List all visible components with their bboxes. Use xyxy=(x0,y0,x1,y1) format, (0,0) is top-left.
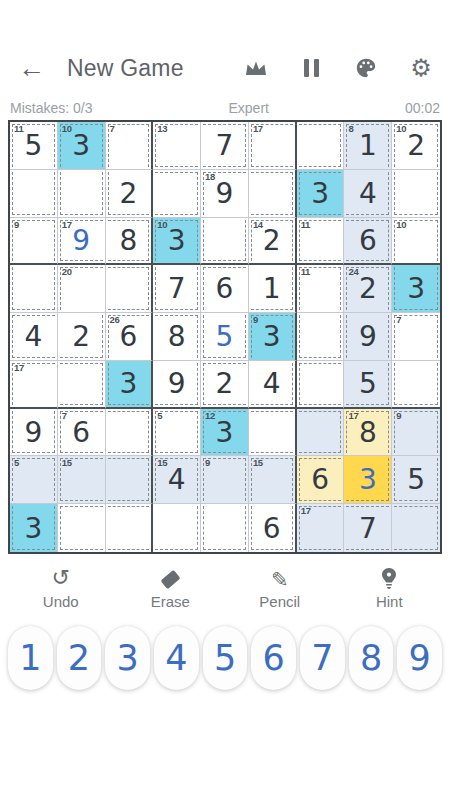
cell-r2c1[interactable] xyxy=(10,170,58,218)
numpad-button-9[interactable]: 9 xyxy=(397,626,442,690)
cage-sum: 10 xyxy=(396,123,406,134)
cage-sum: 24 xyxy=(348,266,358,277)
given-digit: 9 xyxy=(153,361,200,407)
cage-sum: 7 xyxy=(110,123,115,134)
cell-r5c6[interactable]: 93 xyxy=(249,313,297,361)
cell-r5c1[interactable]: 4 xyxy=(10,313,58,361)
cage-sum: 20 xyxy=(62,266,72,277)
cell-r1c1[interactable]: 115 xyxy=(10,122,58,170)
given-digit: 1 xyxy=(249,265,295,312)
pause-icon[interactable] xyxy=(298,55,324,81)
mistakes-counter: Mistakes: 0/3 xyxy=(10,100,92,116)
gear-icon[interactable]: ⚙ xyxy=(408,55,434,81)
palette-icon[interactable] xyxy=(353,55,379,81)
cage-sum: 17 xyxy=(301,505,311,516)
cage-border xyxy=(299,411,342,454)
numpad-button-4[interactable]: 4 xyxy=(154,626,199,690)
killer-sudoku-app: ← New Game ⚙ Mistakes: 0/3 Expert 00:02 … xyxy=(0,0,450,800)
numpad-button-1[interactable]: 1 xyxy=(8,626,53,690)
cage-sum: 7 xyxy=(396,314,401,325)
cell-r1c4[interactable]: 13 xyxy=(153,122,201,170)
eraser-icon xyxy=(162,568,179,590)
cell-r8c1[interactable]: 5 xyxy=(10,456,58,504)
cage-sum: 10 xyxy=(396,219,406,230)
cell-r1c5[interactable]: 7 xyxy=(201,122,249,170)
cage-sum: 11 xyxy=(14,123,23,134)
board-wrap: 1151037137178110221893491798103142116102… xyxy=(0,116,450,554)
cell-r1c2[interactable]: 103 xyxy=(58,122,106,170)
cell-r5c8[interactable]: 9 xyxy=(344,313,392,361)
cage-border xyxy=(394,172,438,215)
cell-r5c3[interactable]: 266 xyxy=(106,313,154,361)
cage-sum: 15 xyxy=(253,457,263,468)
cell-r4c7[interactable]: 11 xyxy=(297,265,345,313)
cage-sum: 26 xyxy=(110,314,120,325)
undo-icon: ↺ xyxy=(52,567,70,589)
given-digit: 9 xyxy=(344,313,391,360)
cell-r2c4[interactable] xyxy=(153,170,201,218)
cage-sum: 17 xyxy=(348,410,358,421)
cell-r5c7[interactable] xyxy=(297,313,345,361)
difficulty-label: Expert xyxy=(92,100,404,116)
cage-sum: 15 xyxy=(62,457,72,468)
cell-r6c2[interactable] xyxy=(58,361,106,409)
cage-border xyxy=(108,458,150,501)
cell-r9c3[interactable] xyxy=(106,504,154,552)
cage-border xyxy=(108,411,150,454)
cell-r3c7[interactable]: 11 xyxy=(297,218,345,266)
given-digit: 8 xyxy=(106,218,152,264)
cage-border xyxy=(299,315,342,358)
given-digit: 8 xyxy=(153,313,200,360)
cell-r6c7[interactable] xyxy=(297,361,345,409)
given-digit: 3 xyxy=(297,170,344,217)
cell-r7c1[interactable]: 9 xyxy=(10,409,58,457)
cell-r8c6[interactable]: 15 xyxy=(249,456,297,504)
given-digit: 5 xyxy=(344,361,391,407)
cell-r6c6[interactable]: 4 xyxy=(249,361,297,409)
numpad-button-3[interactable]: 3 xyxy=(105,626,150,690)
given-digit: 3 xyxy=(10,504,57,552)
given-digit: 6 xyxy=(297,456,344,503)
cage-border xyxy=(12,267,55,310)
cage-sum: 13 xyxy=(157,123,167,134)
cage-sum: 18 xyxy=(205,171,215,182)
page-title: New Game xyxy=(67,55,184,82)
numpad-button-5[interactable]: 5 xyxy=(203,626,248,690)
cell-r2c8[interactable]: 4 xyxy=(344,170,392,218)
given-digit: 2 xyxy=(201,361,248,407)
cell-r3c9[interactable]: 10 xyxy=(392,218,440,266)
cell-r7c3[interactable] xyxy=(106,409,154,457)
cell-r9c6[interactable]: 6 xyxy=(249,504,297,552)
cage-sum: 9 xyxy=(14,219,19,230)
cage-border xyxy=(299,124,342,167)
cage-border xyxy=(60,506,103,550)
cage-border xyxy=(203,220,246,262)
cage-border xyxy=(394,506,438,550)
sudoku-board[interactable]: 1151037137178110221893491798103142116102… xyxy=(8,120,442,554)
cage-border xyxy=(108,506,150,550)
given-digit: 2 xyxy=(106,170,152,217)
given-digit: 2 xyxy=(58,313,105,360)
cell-r9c8[interactable]: 7 xyxy=(344,504,392,552)
numpad-button-6[interactable]: 6 xyxy=(251,626,296,690)
pencil-icon: ✎ xyxy=(271,568,289,590)
cell-r7c9[interactable]: 9 xyxy=(392,409,440,457)
given-digit: 7 xyxy=(153,265,200,312)
given-digit: 7 xyxy=(201,122,248,169)
cell-r4c9[interactable]: 3 xyxy=(392,265,440,313)
cell-r7c5[interactable]: 123 xyxy=(201,409,249,457)
cage-sum: 17 xyxy=(253,123,263,134)
cage-border xyxy=(299,363,342,405)
cage-border xyxy=(155,172,198,215)
cell-r8c9[interactable]: 5 xyxy=(392,456,440,504)
cage-border xyxy=(155,506,198,550)
cell-r1c6[interactable]: 17 xyxy=(249,122,297,170)
cell-r4c3[interactable] xyxy=(106,265,154,313)
cell-r7c4[interactable]: 5 xyxy=(153,409,201,457)
given-digit: 3 xyxy=(392,265,440,312)
cell-r8c2[interactable]: 15 xyxy=(58,456,106,504)
cell-r3c3[interactable]: 8 xyxy=(106,218,154,266)
undo-button[interactable]: ↺ Undo xyxy=(21,568,101,610)
cell-r5c2[interactable]: 2 xyxy=(58,313,106,361)
cell-r5c5[interactable]: 5 xyxy=(201,313,249,361)
cell-r6c3[interactable]: 3 xyxy=(106,361,154,409)
cell-r5c9[interactable]: 7 xyxy=(392,313,440,361)
given-digit: 4 xyxy=(344,170,391,217)
user-digit: 3 xyxy=(344,456,391,503)
cell-r9c4[interactable] xyxy=(153,504,201,552)
pencil-button[interactable]: ✎ Pencil xyxy=(240,568,320,610)
cell-r2c6[interactable] xyxy=(249,170,297,218)
numpad-button-2[interactable]: 2 xyxy=(57,626,102,690)
cell-r9c1[interactable]: 3 xyxy=(10,504,58,552)
cell-r1c8[interactable]: 81 xyxy=(344,122,392,170)
timer: 00:02 xyxy=(405,100,440,116)
cell-r3c2[interactable]: 179 xyxy=(58,218,106,266)
cell-r6c8[interactable]: 5 xyxy=(344,361,392,409)
cell-r8c4[interactable]: 154 xyxy=(153,456,201,504)
number-pad: 123456789 xyxy=(0,626,450,690)
cell-r2c5[interactable]: 189 xyxy=(201,170,249,218)
lightbulb-icon xyxy=(381,568,397,590)
cage-sum: 9 xyxy=(253,314,258,325)
cell-r4c2[interactable]: 20 xyxy=(58,265,106,313)
cell-r6c9[interactable] xyxy=(392,361,440,409)
cell-r2c7[interactable]: 3 xyxy=(297,170,345,218)
cell-r6c5[interactable]: 2 xyxy=(201,361,249,409)
cage-sum: 5 xyxy=(14,457,19,468)
cell-r1c7[interactable] xyxy=(297,122,345,170)
cell-r4c8[interactable]: 242 xyxy=(344,265,392,313)
given-digit: 6 xyxy=(344,218,391,264)
cell-r8c8[interactable]: 3 xyxy=(344,456,392,504)
given-digit: 3 xyxy=(106,361,152,407)
given-digit: 4 xyxy=(249,361,295,407)
cell-r4c5[interactable]: 6 xyxy=(201,265,249,313)
given-digit: 6 xyxy=(201,265,248,312)
cage-sum: 7 xyxy=(62,410,67,421)
cell-r1c9[interactable]: 102 xyxy=(392,122,440,170)
cage-border xyxy=(251,411,293,454)
cage-border xyxy=(203,506,246,550)
cell-r6c4[interactable]: 9 xyxy=(153,361,201,409)
given-digit: 5 xyxy=(392,456,440,503)
cell-r9c5[interactable] xyxy=(201,504,249,552)
cage-sum: 10 xyxy=(62,123,72,134)
back-icon[interactable]: ← xyxy=(18,55,45,82)
cell-r6c1[interactable]: 17 xyxy=(10,361,58,409)
given-digit: 9 xyxy=(10,409,57,456)
numpad-button-7[interactable]: 7 xyxy=(300,626,345,690)
cage-sum: 14 xyxy=(253,219,263,230)
cell-r7c7[interactable] xyxy=(297,409,345,457)
cage-sum: 10 xyxy=(157,219,167,230)
status-bar: Mistakes: 0/3 Expert 00:02 xyxy=(0,100,450,116)
cell-r2c2[interactable] xyxy=(58,170,106,218)
cell-r8c5[interactable]: 9 xyxy=(201,456,249,504)
cage-border xyxy=(60,172,103,215)
cage-border xyxy=(108,267,150,310)
cell-r4c1[interactable] xyxy=(10,265,58,313)
given-digit: 4 xyxy=(10,313,57,360)
crown-icon[interactable] xyxy=(243,55,269,81)
cell-r3c5[interactable] xyxy=(201,218,249,266)
cage-sum: 15 xyxy=(157,457,167,468)
cell-r1c3[interactable]: 7 xyxy=(106,122,154,170)
cage-border xyxy=(60,363,103,405)
cell-r2c9[interactable] xyxy=(392,170,440,218)
cell-r3c6[interactable]: 142 xyxy=(249,218,297,266)
cage-sum: 9 xyxy=(396,410,401,421)
erase-button[interactable]: Erase xyxy=(130,568,210,610)
toolbar: ↺ Undo Erase ✎ Pencil Hint xyxy=(0,568,450,610)
cell-r3c8[interactable]: 6 xyxy=(344,218,392,266)
cell-r9c9[interactable] xyxy=(392,504,440,552)
cage-sum: 8 xyxy=(348,123,353,134)
cage-border xyxy=(12,172,55,215)
cell-r4c6[interactable]: 1 xyxy=(249,265,297,313)
given-digit: 6 xyxy=(249,504,295,552)
given-digit: 7 xyxy=(344,504,391,552)
cell-r7c8[interactable]: 178 xyxy=(344,409,392,457)
cell-r9c7[interactable]: 17 xyxy=(297,504,345,552)
cell-r7c2[interactable]: 76 xyxy=(58,409,106,457)
cage-sum: 17 xyxy=(62,219,72,230)
cell-r2c3[interactable]: 2 xyxy=(106,170,154,218)
cage-border xyxy=(251,172,293,215)
cage-sum: 11 xyxy=(301,219,310,230)
cell-r8c3[interactable] xyxy=(106,456,154,504)
cell-r3c4[interactable]: 103 xyxy=(153,218,201,266)
cell-r8c7[interactable]: 6 xyxy=(297,456,345,504)
cell-r4c4[interactable]: 7 xyxy=(153,265,201,313)
cage-sum: 12 xyxy=(205,410,215,421)
cell-r3c1[interactable]: 9 xyxy=(10,218,58,266)
cage-sum: 17 xyxy=(14,362,24,373)
cage-sum: 11 xyxy=(301,266,310,277)
cage-sum: 9 xyxy=(205,457,210,468)
cage-sum: 5 xyxy=(157,410,162,421)
cell-r7c6[interactable] xyxy=(249,409,297,457)
hint-button[interactable]: Hint xyxy=(349,568,429,610)
user-digit: 5 xyxy=(201,313,248,360)
cage-border xyxy=(394,363,438,405)
cell-r5c4[interactable]: 8 xyxy=(153,313,201,361)
cell-r9c2[interactable] xyxy=(58,504,106,552)
top-bar: ← New Game ⚙ xyxy=(0,0,450,86)
numpad-button-8[interactable]: 8 xyxy=(349,626,394,690)
